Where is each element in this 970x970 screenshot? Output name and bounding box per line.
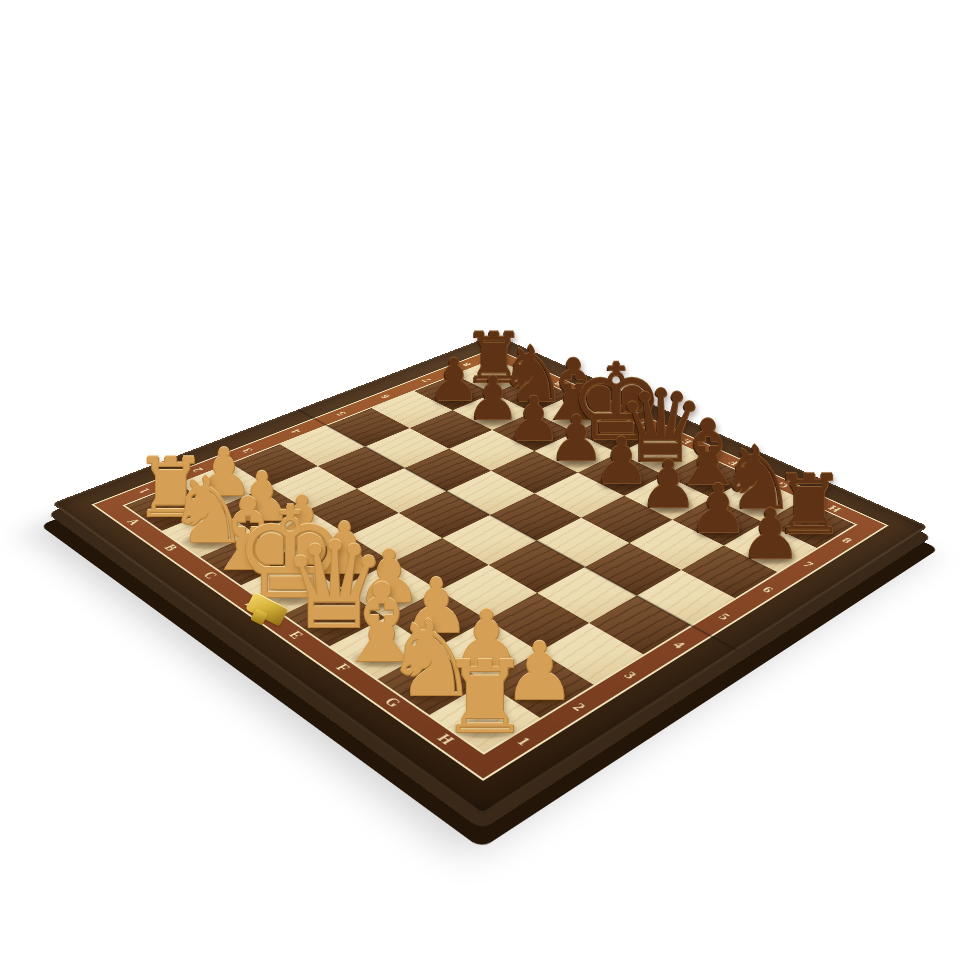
- chessboard: ABCDEFGH ABCDEFGH 87654321 87654321: [52, 335, 929, 817]
- board-scene: ABCDEFGH ABCDEFGH 87654321 87654321: [0, 0, 970, 970]
- chess-set-photo: ABCDEFGH ABCDEFGH 87654321 87654321 ♜♟♞♟…: [0, 0, 970, 970]
- board-grid: [125, 360, 854, 753]
- board-box: ABCDEFGH ABCDEFGH 87654321 87654321: [172, 197, 808, 833]
